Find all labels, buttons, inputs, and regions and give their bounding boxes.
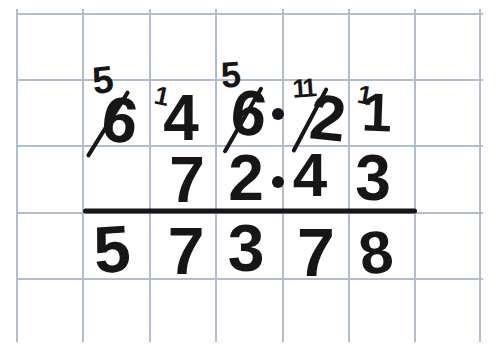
grid-line-vertical [215, 9, 217, 342]
minuend-digit-tens: 4 [163, 86, 199, 150]
minuend-digit-hundreds: 6 [98, 86, 142, 154]
grid-line-vertical [348, 9, 350, 342]
answer-digit-hundredths: 8 [355, 221, 396, 285]
answer-digit-tenths: 7 [297, 218, 335, 286]
grid-line-vertical [479, 9, 481, 342]
squared-paper-whiteboard: 56145611211724357378 [0, 0, 500, 354]
minuend-decimal-point [272, 108, 284, 120]
grid-line-vertical [414, 9, 416, 342]
subtrahend-digit-units: 2 [228, 146, 264, 210]
answer-digit-tens: 7 [168, 218, 205, 284]
grid-line-vertical [149, 9, 151, 342]
subtrahend-digit-hundredths: 3 [355, 146, 391, 210]
minuend-digit-hundredths: 1 [361, 84, 393, 139]
subtrahend-digit-tens: 7 [169, 148, 205, 212]
answer-digit-units: 3 [228, 215, 265, 281]
grid-line-vertical [82, 9, 84, 342]
grid-line-vertical [282, 9, 284, 342]
borrow-11-tenths: 11 [291, 74, 314, 101]
answer-digit-hundreds: 5 [91, 215, 132, 283]
subtrahend-digit-tenths: 4 [293, 144, 327, 206]
grid-line-vertical [16, 9, 18, 342]
grid-line-horizontal [16, 13, 483, 15]
subtrahend-decimal-point [272, 176, 284, 188]
